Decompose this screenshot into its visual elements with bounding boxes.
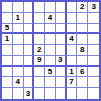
- cell-r7c8[interactable]: 6: [77, 67, 88, 78]
- cell-r2c1[interactable]: [2, 13, 13, 24]
- cell-r7c5[interactable]: 5: [45, 67, 56, 78]
- cell-r4c7[interactable]: 4: [67, 34, 78, 45]
- cell-r8c5[interactable]: [45, 77, 56, 88]
- cell-r1c6[interactable]: [56, 2, 67, 13]
- cell-r3c6[interactable]: [56, 24, 67, 35]
- cell-r4c2[interactable]: [13, 34, 24, 45]
- cell-r3c9[interactable]: [88, 24, 99, 35]
- cell-r6c7[interactable]: [67, 56, 78, 67]
- cell-r4c3[interactable]: [24, 34, 35, 45]
- cell-r2c9[interactable]: [88, 13, 99, 24]
- cell-r5c7[interactable]: [67, 45, 78, 56]
- cell-r4c9[interactable]: [88, 34, 99, 45]
- cell-r7c1[interactable]: [2, 67, 13, 78]
- cell-r3c4[interactable]: [34, 24, 45, 35]
- cell-r7c9[interactable]: [88, 67, 99, 78]
- cell-r5c5[interactable]: [45, 45, 56, 56]
- cell-r4c1[interactable]: 1: [2, 34, 13, 45]
- cell-r9c2[interactable]: [13, 88, 24, 99]
- cell-r4c4[interactable]: [34, 34, 45, 45]
- cell-r2c7[interactable]: [67, 13, 78, 24]
- cell-r1c9[interactable]: 3: [88, 2, 99, 13]
- cell-r7c3[interactable]: [24, 67, 35, 78]
- cell-r9c8[interactable]: [77, 88, 88, 99]
- cell-r5c8[interactable]: 8: [77, 45, 88, 56]
- cell-r1c5[interactable]: [45, 2, 56, 13]
- cell-r8c6[interactable]: [56, 77, 67, 88]
- cell-r2c3[interactable]: [24, 13, 35, 24]
- cell-r7c2[interactable]: [13, 67, 24, 78]
- cell-r4c8[interactable]: [77, 34, 88, 45]
- cell-r9c3[interactable]: 3: [24, 88, 35, 99]
- cell-r6c3[interactable]: [24, 56, 35, 67]
- cell-r7c7[interactable]: 1: [67, 67, 78, 78]
- cell-r1c1[interactable]: [2, 2, 13, 13]
- cell-r3c7[interactable]: [67, 24, 78, 35]
- sudoku-board: 23145142893516473: [0, 0, 101, 101]
- cell-r4c6[interactable]: [56, 34, 67, 45]
- cell-r9c9[interactable]: [88, 88, 99, 99]
- cell-r1c7[interactable]: [67, 2, 78, 13]
- cell-r6c5[interactable]: [45, 56, 56, 67]
- cell-r6c2[interactable]: [13, 56, 24, 67]
- cell-r5c2[interactable]: [13, 45, 24, 56]
- cell-r6c4[interactable]: 9: [34, 56, 45, 67]
- cell-r3c5[interactable]: [45, 24, 56, 35]
- cell-r8c4[interactable]: [34, 77, 45, 88]
- cell-r1c2[interactable]: [13, 2, 24, 13]
- cell-r1c4[interactable]: [34, 2, 45, 13]
- cell-r8c2[interactable]: 4: [13, 77, 24, 88]
- cell-r7c4[interactable]: [34, 67, 45, 78]
- cell-r8c9[interactable]: [88, 77, 99, 88]
- cell-r9c4[interactable]: [34, 88, 45, 99]
- cell-r5c1[interactable]: [2, 45, 13, 56]
- cell-r8c1[interactable]: [2, 77, 13, 88]
- cell-r5c4[interactable]: 2: [34, 45, 45, 56]
- cell-r9c7[interactable]: [67, 88, 78, 99]
- cell-r1c3[interactable]: [24, 2, 35, 13]
- cell-r6c9[interactable]: [88, 56, 99, 67]
- cell-r4c5[interactable]: [45, 34, 56, 45]
- cell-r2c6[interactable]: [56, 13, 67, 24]
- cell-r7c6[interactable]: [56, 67, 67, 78]
- cell-r8c7[interactable]: 7: [67, 77, 78, 88]
- cell-r3c1[interactable]: 5: [2, 24, 13, 35]
- cell-r5c3[interactable]: [24, 45, 35, 56]
- cell-r5c6[interactable]: [56, 45, 67, 56]
- cell-r3c3[interactable]: [24, 24, 35, 35]
- cell-r2c4[interactable]: [34, 13, 45, 24]
- cell-r9c1[interactable]: [2, 88, 13, 99]
- cell-r9c5[interactable]: [45, 88, 56, 99]
- cell-r6c6[interactable]: 3: [56, 56, 67, 67]
- cell-r8c8[interactable]: [77, 77, 88, 88]
- cell-r3c8[interactable]: [77, 24, 88, 35]
- cell-r3c2[interactable]: [13, 24, 24, 35]
- cell-r2c8[interactable]: [77, 13, 88, 24]
- cell-r2c5[interactable]: 4: [45, 13, 56, 24]
- cell-r6c8[interactable]: [77, 56, 88, 67]
- cell-r1c8[interactable]: 2: [77, 2, 88, 13]
- cell-r9c6[interactable]: [56, 88, 67, 99]
- cell-r8c3[interactable]: [24, 77, 35, 88]
- cell-r6c1[interactable]: [2, 56, 13, 67]
- cell-r2c2[interactable]: 1: [13, 13, 24, 24]
- cell-r5c9[interactable]: [88, 45, 99, 56]
